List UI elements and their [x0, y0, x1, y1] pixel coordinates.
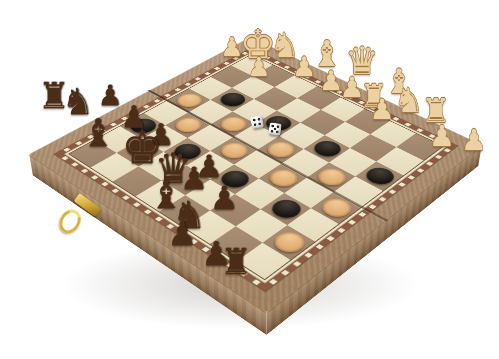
square-f2 — [210, 194, 261, 226]
square-f5 — [282, 149, 329, 177]
border-inlay — [55, 49, 456, 291]
product-photo: ♟♚♞♟♝♟♟♛♜♝♞♟♜♟♟♟♜♞♟♝♟♚♟♛♟♝♟♞♟♟♟♜ — [0, 0, 499, 359]
square-h1 — [237, 243, 291, 279]
square-h5 — [334, 176, 383, 207]
clasp-ring — [55, 206, 85, 238]
checker-black — [266, 196, 306, 221]
checker-tan — [313, 165, 351, 188]
square-h4 — [311, 192, 361, 224]
dark-knight: ♞ — [62, 84, 94, 120]
square-g3 — [261, 193, 311, 225]
square-e1 — [159, 195, 210, 227]
folding-chessboard — [97, 0, 417, 310]
checker-black — [216, 167, 254, 190]
square-f4 — [259, 163, 307, 193]
square-f3 — [235, 178, 284, 209]
square-e3 — [210, 164, 259, 194]
square-g6 — [329, 148, 376, 176]
board-top — [29, 38, 481, 313]
board-grid — [69, 55, 442, 279]
square-d2 — [161, 165, 210, 195]
square-g1 — [210, 226, 263, 261]
square-d1 — [136, 181, 186, 212]
square-e4 — [234, 150, 282, 178]
square-f1 — [184, 210, 236, 244]
dark-rook: ♜ — [38, 78, 70, 114]
square-d3 — [186, 151, 234, 180]
square-c2 — [139, 152, 187, 181]
square-h7 — [376, 147, 423, 175]
square-c1 — [113, 166, 162, 196]
square-g5 — [307, 162, 355, 191]
square-b1 — [91, 153, 139, 182]
square-g2 — [236, 209, 287, 242]
square-h6 — [355, 161, 403, 190]
square-e2 — [185, 180, 235, 211]
checker-black — [361, 164, 399, 187]
square-h3 — [287, 208, 338, 241]
square-h2 — [263, 225, 316, 260]
square-g4 — [284, 177, 333, 208]
checker-tan — [268, 228, 309, 255]
